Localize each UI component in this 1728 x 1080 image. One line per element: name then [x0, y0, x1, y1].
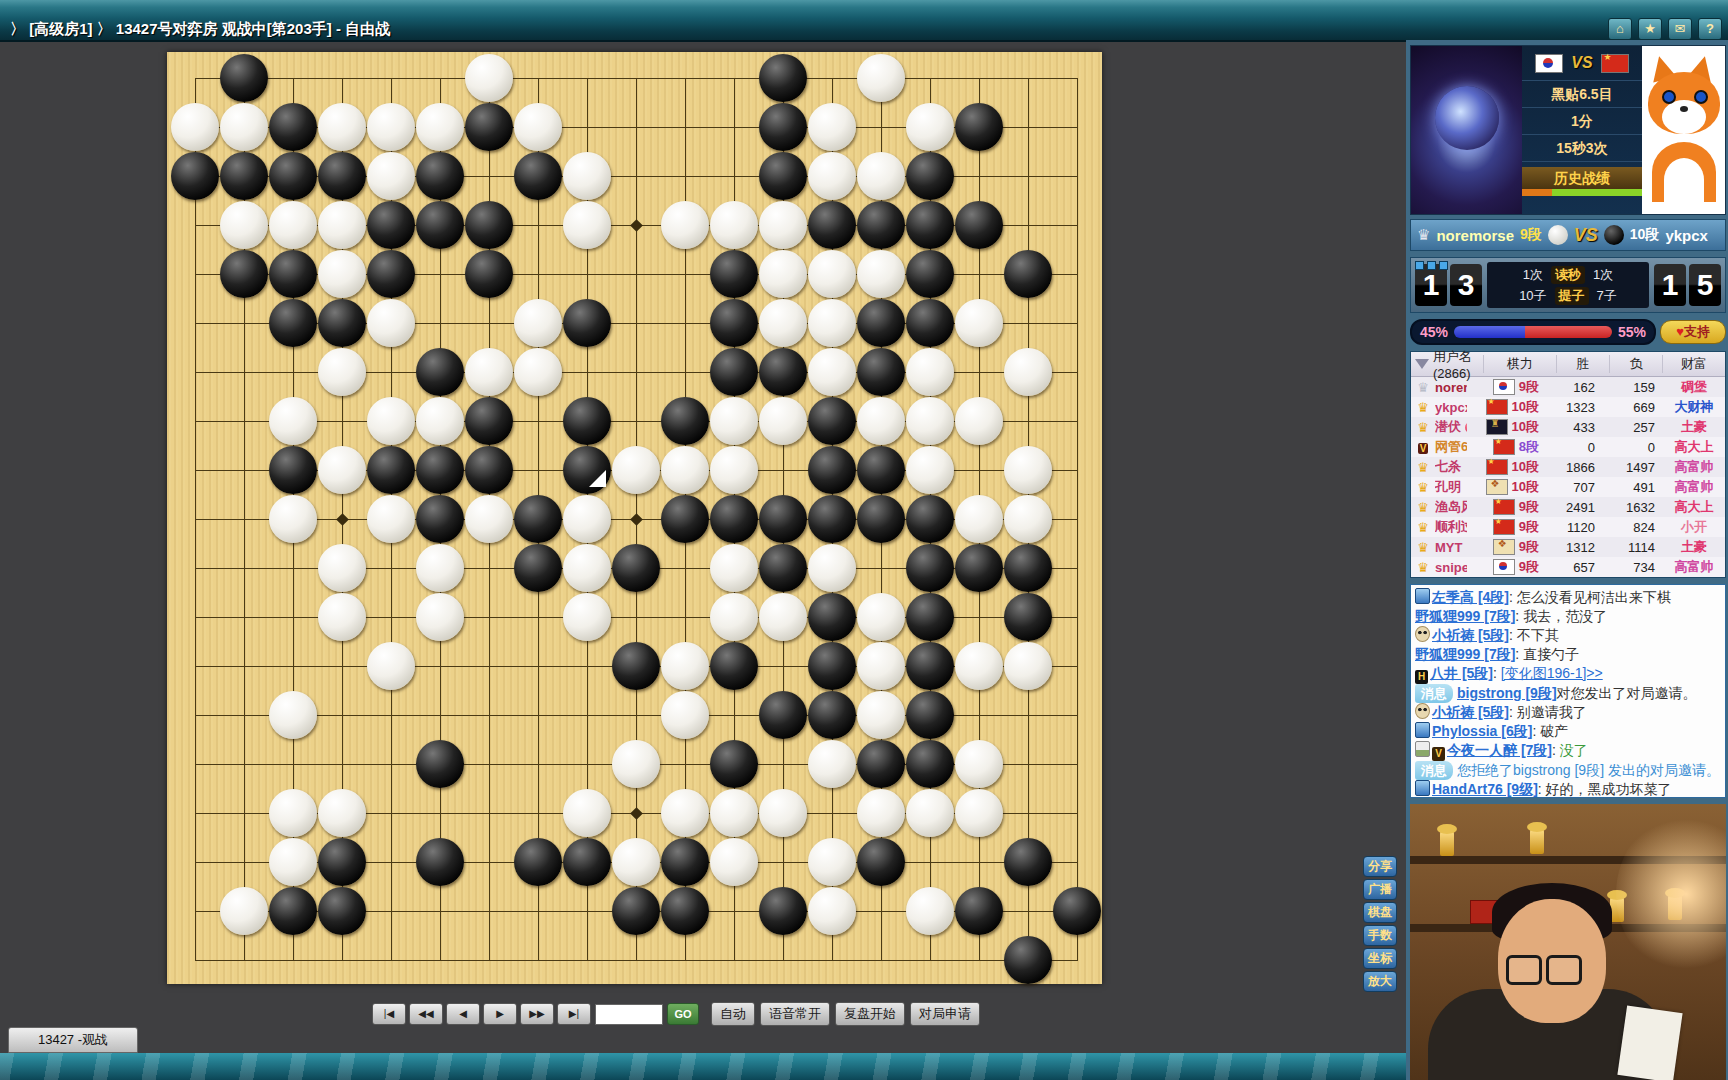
black-stone: [269, 103, 317, 151]
support-bar: 45% 55% ♥支持: [1410, 319, 1726, 345]
black-stone: [220, 250, 268, 298]
header-losses[interactable]: 负: [1609, 355, 1662, 373]
white-stone: [759, 593, 807, 641]
white-stone: [710, 544, 758, 592]
history-ratio-bar: [1522, 189, 1641, 196]
user-losses: 1632: [1603, 500, 1663, 515]
nav-button[interactable]: ◀◀: [409, 1003, 443, 1025]
crown-cell: ♛: [1411, 500, 1435, 515]
support-red-segment: [1525, 326, 1612, 338]
move-number-input[interactable]: [595, 1004, 663, 1025]
last-move-stone: [563, 446, 611, 494]
rank-cell: 8段: [1467, 438, 1543, 456]
cn-flag-icon: [1493, 439, 1515, 455]
white-stone: [563, 544, 611, 592]
black-stone: [661, 887, 709, 935]
black-stone: [808, 593, 856, 641]
chat-message: 直接勺子: [1523, 646, 1579, 662]
clock-digit: 1: [1415, 264, 1447, 306]
white-stone: [661, 642, 709, 690]
history-record-button[interactable]: 历史战绩: [1522, 167, 1641, 189]
white-stone: [955, 299, 1003, 347]
black-stone: [612, 544, 660, 592]
user-list: 用户名(2866) 棋力 胜 负 财富 ♛noremorse9段162159碉堡…: [1410, 351, 1726, 578]
white-stone: [906, 446, 954, 494]
black-stone: [906, 299, 954, 347]
black-stone: [857, 299, 905, 347]
black-stone: [808, 691, 856, 739]
user-row[interactable]: ♛潜伏10段433257土豪: [1411, 417, 1725, 437]
chat-message: 没了: [1560, 742, 1588, 758]
clock-digit: 5: [1689, 264, 1721, 306]
user-name: noremorse: [1435, 380, 1467, 395]
white-stone: [906, 103, 954, 151]
filter-icon[interactable]: [1415, 359, 1429, 369]
chat-colon: :: [1552, 742, 1560, 758]
side-button-广播[interactable]: 广播: [1363, 879, 1397, 900]
dog-icon: [1415, 703, 1430, 719]
rank-cell: 9段: [1467, 498, 1543, 516]
black-stone: [759, 495, 807, 543]
black-player-name: ykpcx: [1665, 227, 1708, 244]
dark-flag-icon: [1486, 419, 1508, 435]
user-losses: 159: [1603, 380, 1663, 395]
white-stone: [857, 691, 905, 739]
black-stone: [269, 887, 317, 935]
toolbar-button-语音常开[interactable]: 语音常开: [760, 1002, 830, 1026]
chat-user-link[interactable]: 野狐狸999 [7段]: [1415, 608, 1515, 624]
nav-button[interactable]: |◀: [372, 1003, 406, 1025]
user-name: 网管6: [1435, 438, 1467, 456]
crown-icon: ♛: [1417, 560, 1429, 575]
white-stone: [661, 691, 709, 739]
user-wins: 1323: [1543, 400, 1603, 415]
white-stone: [367, 103, 415, 151]
rank-cell: 9段: [1467, 378, 1543, 396]
clock-panel: 13 1次 读秒 1次 10子 提子 7子 15: [1410, 257, 1726, 313]
black-stone: [514, 838, 562, 886]
side-button-坐标[interactable]: 坐标: [1363, 948, 1397, 969]
user-name: ykpcx: [1435, 400, 1467, 415]
toolbar-button-自动[interactable]: 自动: [711, 1002, 755, 1026]
black-stone: [367, 446, 415, 494]
black-byoyomi-count: 1次: [1593, 266, 1613, 284]
trophy-icon: [1530, 828, 1544, 854]
v-icon: V: [1432, 747, 1445, 761]
chat-line: 小祈祷 [5段]: 别邀请我了: [1415, 703, 1721, 722]
user-wealth: 高富帅: [1663, 458, 1725, 476]
chat-colon: :: [1538, 781, 1546, 797]
black-stone: [857, 838, 905, 886]
white-player-rank: 9段: [1520, 226, 1542, 244]
white-stone: [955, 642, 1003, 690]
white-stone: [906, 397, 954, 445]
chat-user-link[interactable]: 小祈祷 [5段]: [1432, 704, 1509, 720]
user-name-text: 潜伏: [1435, 418, 1461, 436]
header-rank[interactable]: 棋力: [1483, 355, 1556, 373]
black-stone: [857, 740, 905, 788]
white-stone: [661, 446, 709, 494]
user-rank: 10段: [1512, 398, 1539, 416]
crown-icon: ♛: [1417, 460, 1429, 475]
black-stone: [612, 642, 660, 690]
user-row[interactable]: ♛七杀10段18661497高富帅: [1411, 457, 1725, 477]
white-stone: [318, 103, 366, 151]
white-stone: [808, 103, 856, 151]
user-wealth: 高大上: [1663, 498, 1725, 516]
home-icon[interactable]: ⌂: [1608, 18, 1632, 40]
user-losses: 1497: [1603, 460, 1663, 475]
white-stone: [269, 397, 317, 445]
side-button-棋盘[interactable]: 棋盘: [1363, 902, 1397, 923]
white-stone: [563, 152, 611, 200]
user-rank: 9段: [1519, 558, 1539, 576]
black-stone: [710, 348, 758, 396]
black-stone: [318, 838, 366, 886]
support-button[interactable]: ♥支持: [1660, 320, 1726, 344]
black-stone: [906, 544, 954, 592]
support-blue-segment: [1454, 326, 1525, 338]
white-stone: [465, 54, 513, 102]
white-stone: [367, 152, 415, 200]
white-stone: [857, 152, 905, 200]
user-row[interactable]: ♛孔明10段707491高富帅: [1411, 477, 1725, 497]
crown-cell: V: [1411, 440, 1435, 455]
black-stone: [661, 397, 709, 445]
white-stone: [759, 789, 807, 837]
black-stone: [857, 201, 905, 249]
white-stone: [661, 789, 709, 837]
black-stone: [906, 495, 954, 543]
black-player-rank: 10段: [1630, 226, 1660, 244]
chat-colon: :: [1493, 665, 1501, 681]
white-stone: [1004, 348, 1052, 396]
user-list-header: 用户名(2866) 棋力 胜 负 财富: [1411, 352, 1725, 377]
crown-cell: ♛: [1411, 520, 1435, 535]
crown-cell: ♛: [1411, 420, 1435, 435]
black-stone: [661, 495, 709, 543]
black-stone: [808, 495, 856, 543]
favorites-icon[interactable]: ★: [1638, 18, 1662, 40]
title-bar: 〉 [高级房1] 〉 13427号对弈房 观战中[第203手] - 自由战 ⌂★…: [0, 0, 1728, 42]
white-support-percent: 45%: [1420, 324, 1448, 340]
user-row[interactable]: ♛MYT9段13121114土豪: [1411, 537, 1725, 557]
black-stone: [808, 642, 856, 690]
user-rank: 9段: [1519, 538, 1539, 556]
black-stone: [367, 250, 415, 298]
white-stone-icon: [1548, 225, 1568, 245]
white-stone: [367, 642, 415, 690]
white-stone: [514, 299, 562, 347]
white-stone: [465, 495, 513, 543]
user-wins: 433: [1543, 420, 1603, 435]
black-stone: [269, 446, 317, 494]
black-stone: [906, 642, 954, 690]
black-captures: 7子: [1597, 287, 1617, 305]
white-stone: [808, 348, 856, 396]
black-stone: [563, 838, 611, 886]
white-stone: [857, 250, 905, 298]
black-stone: [1004, 838, 1052, 886]
komi-label: 黑贴6.5目: [1522, 81, 1641, 108]
webcam-photo: [1410, 804, 1726, 1080]
user-losses: 491: [1603, 480, 1663, 495]
white-stone: [857, 593, 905, 641]
black-stone: [710, 299, 758, 347]
user-wins: 707: [1543, 480, 1603, 495]
white-stone: [808, 887, 856, 935]
white-stone: [269, 838, 317, 886]
chat-line: 野狐狸999 [7段]: 直接勺子: [1415, 645, 1721, 664]
black-stone: [906, 593, 954, 641]
crown-cell: ♛: [1411, 400, 1435, 415]
hoshi-point: [630, 807, 643, 820]
chat-line: 消息您拒绝了bigstrong [9段] 发出的对局邀请。: [1415, 761, 1721, 780]
white-stone: [955, 397, 1003, 445]
cn-flag-icon: [1493, 499, 1515, 515]
china-flag-icon: [1601, 54, 1629, 73]
black-stone: [808, 201, 856, 249]
chat-user-link[interactable]: 八井 [5段]: [1430, 665, 1493, 681]
rank-cell: 9段: [1467, 538, 1543, 556]
chat-area[interactable]: 左季高 [4段]: 怎么没看见柯洁出来下棋野狐狸999 [7段]: 我去，范没了…: [1410, 584, 1726, 798]
gold-flag-icon: [1493, 539, 1515, 555]
h-icon: H: [1415, 670, 1428, 684]
black-stone: [808, 397, 856, 445]
white-stone: [416, 103, 464, 151]
rank-cell: 10段: [1467, 418, 1543, 436]
toolbar-button-对局申请[interactable]: 对局申请: [910, 1002, 980, 1026]
trophy-icon: [1440, 830, 1454, 856]
side-button-分享[interactable]: 分享: [1363, 856, 1397, 877]
flags-row: VS: [1522, 46, 1641, 81]
players-name-bar: ♛ noremorse 9段 VS 10段 ykpcx: [1410, 219, 1726, 251]
black-stone: [367, 201, 415, 249]
user-wins: 657: [1543, 560, 1603, 575]
mail-icon[interactable]: ✉: [1668, 18, 1692, 40]
white-stone: [710, 201, 758, 249]
header-username[interactable]: 用户名(2866): [1411, 348, 1483, 381]
black-stone: [514, 152, 562, 200]
indicator-light: [1415, 261, 1424, 270]
white-stone: [759, 397, 807, 445]
black-player-avatar: [1642, 46, 1725, 214]
black-stone: [710, 250, 758, 298]
white-stone: [808, 544, 856, 592]
white-stone: [612, 740, 660, 788]
rank-cell: 9段: [1467, 558, 1543, 576]
white-captures: 10子: [1519, 287, 1546, 305]
black-clock: 15: [1654, 264, 1721, 306]
go-board[interactable]: [167, 52, 1102, 984]
black-stone: [171, 152, 219, 200]
user-wealth: 小开: [1663, 518, 1725, 536]
black-stone: [710, 495, 758, 543]
white-stone: [318, 544, 366, 592]
chat-colon: :: [1532, 723, 1540, 739]
support-track: [1454, 326, 1612, 338]
chat-colon: :: [1509, 704, 1517, 720]
white-stone: [318, 593, 366, 641]
toolbar-buttons: 自动语音常开复盘开始对局申请: [711, 1002, 980, 1026]
side-button-放大[interactable]: 放大: [1363, 971, 1397, 992]
byoyomi-setting-label: 15秒3次: [1522, 135, 1641, 162]
black-stone: [906, 740, 954, 788]
user-wins: 1120: [1543, 520, 1603, 535]
user-name-text: MYT: [1435, 540, 1462, 555]
black-stone: [465, 201, 513, 249]
user-name-text: ykpcx: [1435, 400, 1467, 415]
chat-user-link[interactable]: bigstrong [9段]: [1457, 685, 1557, 701]
white-stone: [808, 152, 856, 200]
black-stone: [1004, 593, 1052, 641]
white-stone: [661, 201, 709, 249]
chat-user-link[interactable]: Phylossia [6段]: [1432, 723, 1532, 739]
user-row[interactable]: ♛顺利过关9段1120824小开: [1411, 517, 1725, 537]
chat-user-link[interactable]: 今夜一人醉 [7段]: [1447, 742, 1552, 758]
white-stone: [759, 299, 807, 347]
crown-cell: ♛: [1411, 560, 1435, 575]
indicator-light: [1439, 261, 1448, 270]
black-stone: [1004, 250, 1052, 298]
chat-user-link[interactable]: 左季高 [4段]: [1432, 589, 1509, 605]
paper-in-hand: [1617, 1005, 1682, 1080]
black-stone: [1053, 887, 1101, 935]
white-stone: [1004, 446, 1052, 494]
clock-digit: 1: [1654, 264, 1686, 306]
black-stone: [269, 250, 317, 298]
white-stone: [857, 789, 905, 837]
white-stone: [808, 740, 856, 788]
crown-icon: ♛: [1417, 480, 1429, 495]
admin-badge-icon: V: [1418, 443, 1429, 454]
indicator-light: [1427, 261, 1436, 270]
white-player-avatar: [1411, 46, 1522, 214]
room-title: 〉 [高级房1] 〉 13427号对弈房 观战中[第203手] - 自由战: [10, 20, 390, 39]
white-stone: [171, 103, 219, 151]
white-stone: [318, 446, 366, 494]
user-row[interactable]: V网管68段00高大上: [1411, 437, 1725, 457]
chat-colon: :: [1509, 589, 1517, 605]
phone-icon: [1415, 722, 1430, 738]
user-name-text: sniperkill: [1435, 560, 1467, 575]
white-stone: [906, 887, 954, 935]
user-row[interactable]: ♛sniperkill9段657734高富帅: [1411, 557, 1725, 577]
cn-flag-icon: [1493, 519, 1515, 535]
white-stone: [318, 789, 366, 837]
white-byoyomi-count: 1次: [1523, 266, 1543, 284]
chat-line: V今夜一人醉 [7段]: 没了: [1415, 741, 1721, 761]
chat-line: 野狐狸999 [7段]: 我去，范没了: [1415, 607, 1721, 626]
lamp-glow: [1616, 814, 1726, 974]
white-stone: [318, 250, 366, 298]
white-stone: [612, 446, 660, 494]
white-stone: [808, 250, 856, 298]
white-stone: [416, 593, 464, 641]
chat-message: 我去，范没了: [1523, 608, 1607, 624]
white-stone: [710, 446, 758, 494]
user-wins: 1866: [1543, 460, 1603, 475]
black-stone: [416, 201, 464, 249]
heart-icon: ♥: [1676, 324, 1684, 339]
toolbar-button-复盘开始[interactable]: 复盘开始: [835, 1002, 905, 1026]
support-gauge: 45% 55%: [1410, 319, 1656, 345]
crown-icon: ♛: [1417, 500, 1429, 515]
user-name-text: 顺利过关: [1435, 518, 1467, 536]
go-button[interactable]: GO: [667, 1003, 699, 1025]
black-stone: [416, 446, 464, 494]
room-tab[interactable]: 13427 -观战: [8, 1027, 138, 1053]
user-rank: 10段: [1512, 458, 1539, 476]
user-losses: 1114: [1603, 540, 1663, 555]
kr-flag-icon: [1493, 559, 1515, 575]
help-icon[interactable]: ?: [1698, 18, 1722, 40]
user-row[interactable]: ♛ykpcx10段1323669大财神: [1411, 397, 1725, 417]
nav-button[interactable]: ▶|: [557, 1003, 591, 1025]
white-stone: [759, 250, 807, 298]
black-stone: [759, 103, 807, 151]
black-stone: [612, 887, 660, 935]
crown-icon: ♛: [1417, 226, 1430, 244]
white-stone: [269, 691, 317, 739]
nav-buttons: |◀◀◀◀▶▶▶▶|: [372, 1003, 591, 1025]
black-stone: [906, 152, 954, 200]
desktop-wallpaper: [0, 1053, 1410, 1080]
black-stone: [759, 691, 807, 739]
black-stone: [416, 348, 464, 396]
chat-user-link[interactable]: HandArt76 [9级]: [1432, 781, 1538, 797]
white-stone: [906, 789, 954, 837]
chat-user-link[interactable]: 小祈祷 [5段]: [1432, 627, 1509, 643]
chat-message: 您拒绝了bigstrong [9段] 发出的对局邀请。: [1457, 762, 1720, 778]
chat-message: [变化图196-1]>>: [1501, 665, 1603, 681]
vs-label: VS: [1574, 225, 1598, 246]
user-name-text: 孔明: [1435, 478, 1461, 496]
nav-button[interactable]: ◀: [446, 1003, 480, 1025]
white-stone: [710, 789, 758, 837]
black-stone: [514, 495, 562, 543]
chat-user-link[interactable]: 野狐狸999 [7段]: [1415, 646, 1515, 662]
user-row[interactable]: ♛渔岛风9段24911632高大上: [1411, 497, 1725, 517]
user-losses: 257: [1603, 420, 1663, 435]
black-stone: [318, 887, 366, 935]
user-list-body: ♛noremorse9段162159碉堡♛ykpcx10段1323669大财神♛…: [1411, 377, 1725, 577]
header-wins[interactable]: 胜: [1556, 355, 1609, 373]
black-stone: [808, 446, 856, 494]
glasses-icon: [1546, 955, 1582, 985]
white-stone: [514, 348, 562, 396]
black-stone: [318, 152, 366, 200]
crown-icon: ♛: [1417, 520, 1429, 535]
white-stone: [857, 642, 905, 690]
black-stone: [955, 103, 1003, 151]
nav-button[interactable]: ▶▶: [520, 1003, 554, 1025]
glasses-icon: [1506, 955, 1542, 985]
side-button-手数[interactable]: 手数: [1363, 925, 1397, 946]
nav-button[interactable]: ▶: [483, 1003, 517, 1025]
black-stone: [906, 691, 954, 739]
clock-indicator-lights: [1415, 261, 1448, 270]
user-losses: 0: [1603, 440, 1663, 455]
user-name-text: noremorse: [1435, 380, 1467, 395]
black-stone: [710, 740, 758, 788]
white-stone: [318, 201, 366, 249]
capture-row: 10子 提子 7子: [1519, 287, 1617, 305]
user-row[interactable]: ♛noremorse9段162159碉堡: [1411, 377, 1725, 397]
header-wealth[interactable]: 财富: [1662, 355, 1725, 373]
user-wealth: 高大上: [1663, 438, 1725, 456]
user-rank: 10段: [1512, 418, 1539, 436]
